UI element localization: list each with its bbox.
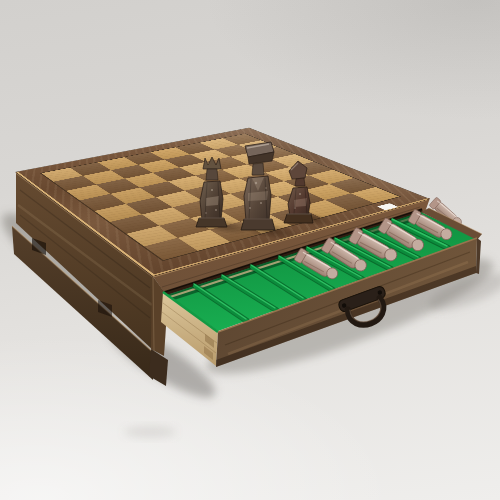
piece-queen[interactable]: ♛: [193, 152, 231, 228]
queen-figurine: [193, 152, 231, 228]
king-figurine: [236, 133, 280, 233]
chess-box-illustration: [0, 0, 500, 500]
photo-scene: Overhead-angle photo of a walnut chess b…: [0, 0, 500, 500]
bishop-figurine: [283, 158, 317, 224]
piece-bishop[interactable]: ♝: [283, 158, 317, 224]
piece-king[interactable]: ♚: [236, 133, 280, 233]
